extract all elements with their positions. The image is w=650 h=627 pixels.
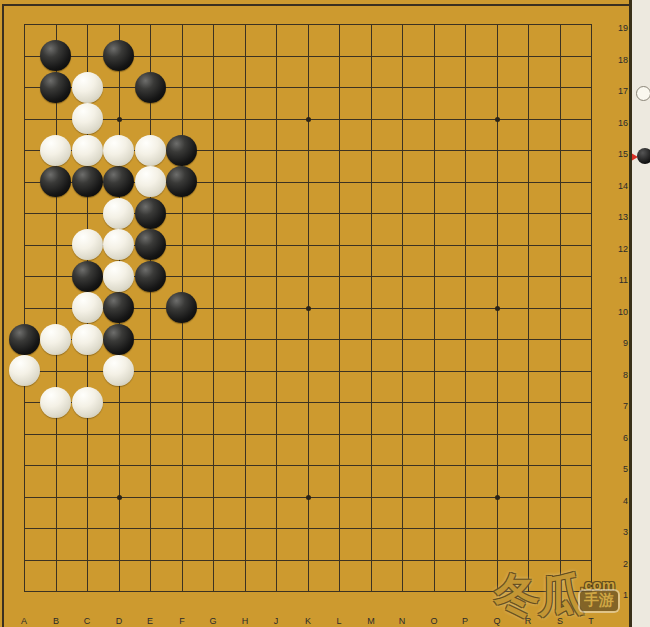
row-label-9: 9 (603, 338, 628, 348)
white-stone-C10 (72, 292, 103, 323)
row-label-4: 4 (603, 496, 628, 506)
grid-horizontal-line (24, 528, 592, 529)
column-label-G: G (204, 616, 222, 626)
star-point (495, 117, 500, 122)
grid-vertical-line (371, 24, 372, 592)
grid-horizontal-line (24, 560, 592, 561)
grid-vertical-line (339, 24, 340, 592)
grid-horizontal-line (24, 465, 592, 466)
column-label-S: S (551, 616, 569, 626)
row-label-1: 1 (603, 590, 628, 600)
white-stone-D12 (103, 229, 134, 260)
black-stone-D10 (103, 292, 134, 323)
grid-vertical-line (591, 24, 592, 592)
column-label-H: H (236, 616, 254, 626)
white-stone-C17 (72, 72, 103, 103)
column-label-R: R (519, 616, 537, 626)
star-point (306, 117, 311, 122)
black-stone-A9 (9, 324, 40, 355)
column-label-B: B (47, 616, 65, 626)
column-label-Q: Q (488, 616, 506, 626)
column-label-M: M (362, 616, 380, 626)
white-stone-D11 (103, 261, 134, 292)
row-label-15: 15 (603, 149, 628, 159)
row-label-11: 11 (603, 275, 628, 285)
black-stone-F10 (166, 292, 197, 323)
black-stone-D9 (103, 324, 134, 355)
column-label-O: O (425, 616, 443, 626)
black-stone-E11 (135, 261, 166, 292)
column-label-N: N (393, 616, 411, 626)
black-stone-B17 (40, 72, 71, 103)
grid-vertical-line (465, 24, 466, 592)
row-label-19: 19 (603, 23, 628, 33)
white-stone-E14 (135, 166, 166, 197)
column-label-P: P (456, 616, 474, 626)
white-stone-D15 (103, 135, 134, 166)
white-stone-C12 (72, 229, 103, 260)
grid-vertical-line (434, 24, 435, 592)
column-label-E: E (141, 616, 159, 626)
board-frame-left (2, 4, 4, 627)
row-label-6: 6 (603, 433, 628, 443)
column-label-A: A (15, 616, 33, 626)
black-stone-F14 (166, 166, 197, 197)
column-label-D: D (110, 616, 128, 626)
row-label-18: 18 (603, 55, 628, 65)
row-label-2: 2 (603, 559, 628, 569)
grid-horizontal-line (24, 591, 592, 592)
white-stone-B9 (40, 324, 71, 355)
white-stone-D8 (103, 355, 134, 386)
black-stone-E12 (135, 229, 166, 260)
black-stone-B14 (40, 166, 71, 197)
column-label-K: K (299, 616, 317, 626)
row-label-8: 8 (603, 370, 628, 380)
row-label-13: 13 (603, 212, 628, 222)
row-label-3: 3 (603, 527, 628, 537)
black-stone-C14 (72, 166, 103, 197)
column-label-J: J (267, 616, 285, 626)
star-point (495, 306, 500, 311)
black-stone-B18 (40, 40, 71, 71)
black-stone-E13 (135, 198, 166, 229)
white-player-stone-icon (636, 86, 650, 101)
white-stone-C7 (72, 387, 103, 418)
column-label-F: F (173, 616, 191, 626)
row-label-14: 14 (603, 181, 628, 191)
board-frame-top (2, 4, 631, 6)
white-stone-E15 (135, 135, 166, 166)
white-stone-D13 (103, 198, 134, 229)
row-label-5: 5 (603, 464, 628, 474)
row-label-10: 10 (603, 307, 628, 317)
column-label-L: L (330, 616, 348, 626)
black-stone-E17 (135, 72, 166, 103)
row-label-16: 16 (603, 118, 628, 128)
white-stone-C9 (72, 324, 103, 355)
row-label-17: 17 (603, 86, 628, 96)
star-point (117, 117, 122, 122)
go-board[interactable]: ABCDEFGHJKLMNOPQRST191817161514131211109… (0, 0, 631, 627)
star-point (306, 495, 311, 500)
grid-vertical-line (528, 24, 529, 592)
white-stone-C15 (72, 135, 103, 166)
black-stone-D18 (103, 40, 134, 71)
white-stone-C16 (72, 103, 103, 134)
white-stone-B7 (40, 387, 71, 418)
grid-horizontal-line (24, 402, 592, 403)
column-label-T: T (582, 616, 600, 626)
black-stone-C11 (72, 261, 103, 292)
black-stone-F15 (166, 135, 197, 166)
grid-horizontal-line (24, 434, 592, 435)
star-point (306, 306, 311, 311)
star-point (117, 495, 122, 500)
star-point (495, 495, 500, 500)
row-label-7: 7 (603, 401, 628, 411)
grid-vertical-line (560, 24, 561, 592)
grid-vertical-line (402, 24, 403, 592)
side-panel (629, 0, 650, 627)
white-stone-B15 (40, 135, 71, 166)
go-app-window: ABCDEFGHJKLMNOPQRST191817161514131211109… (0, 0, 650, 627)
white-stone-A8 (9, 355, 40, 386)
black-stone-D14 (103, 166, 134, 197)
black-player-stone-icon (637, 148, 650, 164)
column-label-C: C (78, 616, 96, 626)
row-label-12: 12 (603, 244, 628, 254)
